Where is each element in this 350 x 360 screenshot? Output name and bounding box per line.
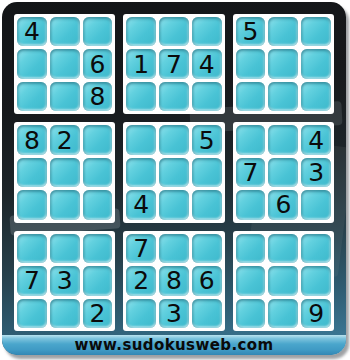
cell-r4c5[interactable] [159,125,189,154]
cell-r8c1[interactable]: 7 [17,266,47,295]
cell-r8c2[interactable]: 3 [50,266,80,295]
footer-bar: www.sudokusweb.com [2,335,346,355]
cell-r3c4[interactable] [126,82,156,111]
cell-r7c1[interactable] [17,234,47,263]
cell-r9c2[interactable] [50,299,80,328]
cell-r2c3[interactable]: 6 [83,49,113,78]
cell-r6c6[interactable] [192,190,222,219]
cell-r3c1[interactable] [17,82,47,111]
cell-r2c8[interactable] [268,49,298,78]
cell-r1c5[interactable] [159,17,189,46]
box-3-3: 9 [233,231,334,331]
cell-r7c9[interactable] [301,234,331,263]
cell-r9c3[interactable]: 2 [83,299,113,328]
cell-r1c2[interactable] [50,17,80,46]
box-1-3: 5 [233,14,334,114]
cell-r1c3[interactable] [83,17,113,46]
cell-r1c7[interactable]: 5 [236,17,266,46]
cell-r2c6[interactable]: 4 [192,49,222,78]
cell-r9c8[interactable] [268,299,298,328]
box-3-1: 732 [14,231,115,331]
cell-r6c5[interactable] [159,190,189,219]
cell-r8c7[interactable] [236,266,266,295]
cell-r5c9[interactable]: 3 [301,158,331,187]
cell-r2c5[interactable]: 7 [159,49,189,78]
cell-r5c2[interactable] [50,158,80,187]
cell-r5c5[interactable] [159,158,189,187]
cell-r4c7[interactable] [236,125,266,154]
cell-r3c9[interactable] [301,82,331,111]
box-2-3: 4736 [233,122,334,222]
cell-r7c7[interactable] [236,234,266,263]
cell-r3c5[interactable] [159,82,189,111]
cell-r7c4[interactable]: 7 [126,234,156,263]
cell-r6c3[interactable] [83,190,113,219]
cell-r8c8[interactable] [268,266,298,295]
cell-r8c9[interactable] [301,266,331,295]
cell-r1c8[interactable] [268,17,298,46]
cell-r5c3[interactable] [83,158,113,187]
sudoku-grid: 468174582544736732728639 [14,14,334,331]
cell-r1c1[interactable]: 4 [17,17,47,46]
cell-r3c2[interactable] [50,82,80,111]
sudoku-page: 468174582544736732728639 www.sudokusweb.… [0,0,350,360]
cell-r2c9[interactable] [301,49,331,78]
cell-r8c5[interactable]: 8 [159,266,189,295]
box-3-2: 72863 [123,231,224,331]
cell-r8c3[interactable] [83,266,113,295]
cell-r5c4[interactable] [126,158,156,187]
cell-r7c3[interactable] [83,234,113,263]
cell-r3c8[interactable] [268,82,298,111]
cell-r3c3[interactable]: 8 [83,82,113,111]
cell-r7c5[interactable] [159,234,189,263]
site-url-text[interactable]: www.sudokusweb.com [74,336,273,354]
cell-r9c7[interactable] [236,299,266,328]
cell-r1c6[interactable] [192,17,222,46]
cell-r2c7[interactable] [236,49,266,78]
cell-r9c9[interactable]: 9 [301,299,331,328]
cell-r6c1[interactable] [17,190,47,219]
cell-r7c8[interactable] [268,234,298,263]
cell-r5c7[interactable]: 7 [236,158,266,187]
cell-r5c6[interactable] [192,158,222,187]
cell-r4c6[interactable]: 5 [192,125,222,154]
cell-r9c4[interactable] [126,299,156,328]
cell-r9c1[interactable] [17,299,47,328]
box-2-2: 54 [123,122,224,222]
cell-r4c4[interactable] [126,125,156,154]
cell-r2c4[interactable]: 1 [126,49,156,78]
box-2-1: 82 [14,122,115,222]
cell-r2c1[interactable] [17,49,47,78]
cell-r6c2[interactable] [50,190,80,219]
cell-r3c6[interactable] [192,82,222,111]
cell-r6c7[interactable] [236,190,266,219]
cell-r4c8[interactable] [268,125,298,154]
cell-r1c4[interactable] [126,17,156,46]
box-1-2: 174 [123,14,224,114]
cell-r1c9[interactable] [301,17,331,46]
cell-r7c6[interactable] [192,234,222,263]
cell-r6c8[interactable]: 6 [268,190,298,219]
cell-r6c4[interactable]: 4 [126,190,156,219]
box-1-1: 468 [14,14,115,114]
cell-r5c1[interactable] [17,158,47,187]
cell-r9c5[interactable]: 3 [159,299,189,328]
cell-r4c2[interactable]: 2 [50,125,80,154]
cell-r4c9[interactable]: 4 [301,125,331,154]
cell-r7c2[interactable] [50,234,80,263]
cell-r4c3[interactable] [83,125,113,154]
cell-r2c2[interactable] [50,49,80,78]
cell-r6c9[interactable] [301,190,331,219]
cell-r9c6[interactable] [192,299,222,328]
cell-r3c7[interactable] [236,82,266,111]
sudoku-board: 468174582544736732728639 www.sudokusweb.… [2,2,346,355]
cell-r8c4[interactable]: 2 [126,266,156,295]
cell-r4c1[interactable]: 8 [17,125,47,154]
cell-r8c6[interactable]: 6 [192,266,222,295]
cell-r5c8[interactable] [268,158,298,187]
